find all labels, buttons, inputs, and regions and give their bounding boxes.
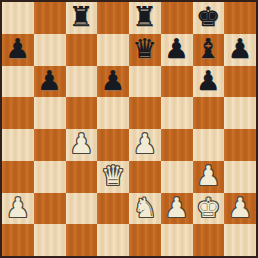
square-h4[interactable] <box>224 129 256 161</box>
square-a6[interactable] <box>2 66 34 98</box>
piece-black-pawn[interactable]: ♟ <box>228 35 252 62</box>
piece-black-pawn[interactable]: ♟ <box>38 67 62 94</box>
square-g4[interactable] <box>193 129 225 161</box>
square-f8[interactable] <box>161 2 193 34</box>
square-h2[interactable]: ♟ <box>224 193 256 225</box>
square-d1[interactable] <box>97 224 129 256</box>
chess-board: ♜♜♚♟♛♟♝♟♟♟♟♟♟♛♟♟♞♟♚♟ <box>2 2 256 256</box>
square-e2[interactable]: ♞ <box>129 193 161 225</box>
square-b6[interactable]: ♟ <box>34 66 66 98</box>
square-b1[interactable] <box>34 224 66 256</box>
piece-white-pawn[interactable]: ♟ <box>228 194 252 221</box>
square-a3[interactable] <box>2 161 34 193</box>
square-c3[interactable] <box>66 161 98 193</box>
piece-white-knight[interactable]: ♞ <box>133 194 157 221</box>
square-a4[interactable] <box>2 129 34 161</box>
piece-black-king[interactable]: ♚ <box>196 3 220 30</box>
square-c7[interactable] <box>66 34 98 66</box>
square-h6[interactable] <box>224 66 256 98</box>
piece-white-pawn[interactable]: ♟ <box>133 130 157 157</box>
square-e8[interactable]: ♜ <box>129 2 161 34</box>
square-h5[interactable] <box>224 97 256 129</box>
piece-black-rook[interactable]: ♜ <box>133 3 157 30</box>
square-c6[interactable] <box>66 66 98 98</box>
square-e6[interactable] <box>129 66 161 98</box>
square-e4[interactable]: ♟ <box>129 129 161 161</box>
piece-black-bishop[interactable]: ♝ <box>196 35 220 62</box>
square-d6[interactable]: ♟ <box>97 66 129 98</box>
square-c4[interactable]: ♟ <box>66 129 98 161</box>
square-h1[interactable] <box>224 224 256 256</box>
square-h7[interactable]: ♟ <box>224 34 256 66</box>
square-h3[interactable] <box>224 161 256 193</box>
square-e3[interactable] <box>129 161 161 193</box>
square-f4[interactable] <box>161 129 193 161</box>
square-a5[interactable] <box>2 97 34 129</box>
square-g8[interactable]: ♚ <box>193 2 225 34</box>
square-a7[interactable]: ♟ <box>2 34 34 66</box>
square-e1[interactable] <box>129 224 161 256</box>
piece-black-rook[interactable]: ♜ <box>69 3 93 30</box>
piece-black-pawn[interactable]: ♟ <box>196 67 220 94</box>
square-g6[interactable]: ♟ <box>193 66 225 98</box>
square-b3[interactable] <box>34 161 66 193</box>
square-d4[interactable] <box>97 129 129 161</box>
square-c2[interactable] <box>66 193 98 225</box>
piece-black-pawn[interactable]: ♟ <box>101 67 125 94</box>
square-d7[interactable] <box>97 34 129 66</box>
square-d8[interactable] <box>97 2 129 34</box>
square-g3[interactable]: ♟ <box>193 161 225 193</box>
square-d5[interactable] <box>97 97 129 129</box>
piece-white-pawn[interactable]: ♟ <box>6 194 30 221</box>
square-b7[interactable] <box>34 34 66 66</box>
chess-board-frame: ♜♜♚♟♛♟♝♟♟♟♟♟♟♛♟♟♞♟♚♟ <box>0 0 258 258</box>
piece-black-pawn[interactable]: ♟ <box>165 35 189 62</box>
square-e7[interactable]: ♛ <box>129 34 161 66</box>
square-c8[interactable]: ♜ <box>66 2 98 34</box>
piece-white-pawn[interactable]: ♟ <box>196 162 220 189</box>
square-g1[interactable] <box>193 224 225 256</box>
square-f3[interactable] <box>161 161 193 193</box>
square-f1[interactable] <box>161 224 193 256</box>
square-a1[interactable] <box>2 224 34 256</box>
square-c5[interactable] <box>66 97 98 129</box>
square-b2[interactable] <box>34 193 66 225</box>
square-d3[interactable]: ♛ <box>97 161 129 193</box>
square-a2[interactable]: ♟ <box>2 193 34 225</box>
piece-white-queen[interactable]: ♛ <box>101 162 125 189</box>
piece-white-king[interactable]: ♚ <box>196 194 220 221</box>
square-g2[interactable]: ♚ <box>193 193 225 225</box>
piece-black-pawn[interactable]: ♟ <box>6 35 30 62</box>
square-b4[interactable] <box>34 129 66 161</box>
square-b5[interactable] <box>34 97 66 129</box>
piece-black-queen[interactable]: ♛ <box>133 35 157 62</box>
piece-white-pawn[interactable]: ♟ <box>165 194 189 221</box>
square-c1[interactable] <box>66 224 98 256</box>
square-a8[interactable] <box>2 2 34 34</box>
square-e5[interactable] <box>129 97 161 129</box>
square-g7[interactable]: ♝ <box>193 34 225 66</box>
square-f2[interactable]: ♟ <box>161 193 193 225</box>
piece-white-pawn[interactable]: ♟ <box>69 130 93 157</box>
square-g5[interactable] <box>193 97 225 129</box>
square-f5[interactable] <box>161 97 193 129</box>
square-f7[interactable]: ♟ <box>161 34 193 66</box>
square-f6[interactable] <box>161 66 193 98</box>
square-d2[interactable] <box>97 193 129 225</box>
square-b8[interactable] <box>34 2 66 34</box>
square-h8[interactable] <box>224 2 256 34</box>
